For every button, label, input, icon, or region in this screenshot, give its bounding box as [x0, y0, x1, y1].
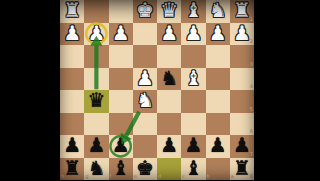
piece-bN-g8[interactable]: ♞ — [87, 158, 105, 178]
piece-wP-d2[interactable]: ♟ — [160, 23, 178, 43]
file-label-d: d — [158, 174, 161, 179]
piece-bP-a7[interactable]: ♟ — [233, 135, 251, 155]
square-g8[interactable]: ♞g — [84, 158, 108, 181]
square-e8[interactable]: ♚e — [133, 158, 157, 181]
piece-wB-c1[interactable]: ♝ — [184, 0, 202, 20]
right-black-bar — [254, 0, 320, 180]
square-h4[interactable] — [60, 68, 84, 91]
square-h2[interactable]: ♟ — [60, 23, 84, 46]
piece-wP-e4[interactable]: ♟ — [136, 68, 154, 88]
square-h6[interactable] — [60, 113, 84, 136]
square-f7[interactable]: ♟ — [109, 135, 133, 158]
piece-bP-b7[interactable]: ♟ — [209, 135, 227, 155]
square-f6[interactable] — [109, 113, 133, 136]
piece-bP-f7[interactable]: ♟ — [112, 135, 130, 155]
square-b8[interactable]: b — [206, 158, 230, 181]
square-g6[interactable] — [84, 113, 108, 136]
square-a4[interactable]: 4 — [230, 68, 254, 91]
square-f4[interactable] — [109, 68, 133, 91]
square-d2[interactable]: ♟ — [157, 23, 181, 46]
piece-bP-d7[interactable]: ♟ — [160, 135, 178, 155]
square-c6[interactable] — [181, 113, 205, 136]
square-h7[interactable]: ♟ — [60, 135, 84, 158]
piece-bR-a8[interactable]: ♜ — [233, 158, 251, 178]
square-b3[interactable] — [206, 45, 230, 68]
piece-wP-f2[interactable]: ♟ — [112, 23, 130, 43]
piece-wK-e1[interactable]: ♚ — [136, 0, 154, 20]
square-c2[interactable]: ♟ — [181, 23, 205, 46]
square-d7[interactable]: ♟ — [157, 135, 181, 158]
rank-label-3: 3 — [250, 62, 253, 67]
square-e4[interactable]: ♟ — [133, 68, 157, 91]
file-label-b: b — [207, 174, 210, 179]
square-d1[interactable]: ♛ — [157, 0, 181, 23]
square-f3[interactable] — [109, 45, 133, 68]
square-h3[interactable] — [60, 45, 84, 68]
square-e2[interactable] — [133, 23, 157, 46]
square-b1[interactable]: ♞ — [206, 0, 230, 23]
square-d6[interactable] — [157, 113, 181, 136]
square-e1[interactable]: ♚ — [133, 0, 157, 23]
piece-wP-h2[interactable]: ♟ — [63, 23, 81, 43]
piece-bN-d4[interactable]: ♞ — [160, 68, 178, 88]
square-e7[interactable] — [133, 135, 157, 158]
square-f1[interactable] — [109, 0, 133, 23]
piece-bB-c8[interactable]: ♝ — [184, 158, 202, 178]
square-b2[interactable]: ♟ — [206, 23, 230, 46]
piece-bP-h7[interactable]: ♟ — [63, 135, 81, 155]
square-f8[interactable]: ♝f — [109, 158, 133, 181]
square-c5[interactable] — [181, 90, 205, 113]
piece-wP-b2[interactable]: ♟ — [209, 23, 227, 43]
piece-bB-f8[interactable]: ♝ — [112, 158, 130, 178]
square-a5[interactable]: 5 — [230, 90, 254, 113]
square-g4[interactable] — [84, 68, 108, 91]
square-b7[interactable]: ♟ — [206, 135, 230, 158]
square-h8[interactable]: ♜h — [60, 158, 84, 181]
square-c4[interactable]: ♝ — [181, 68, 205, 91]
square-b5[interactable] — [206, 90, 230, 113]
square-d4[interactable]: ♞ — [157, 68, 181, 91]
rank-label-5: 5 — [250, 107, 253, 112]
square-h5[interactable] — [60, 90, 84, 113]
square-c8[interactable]: ♝c — [181, 158, 205, 181]
square-d3[interactable] — [157, 45, 181, 68]
piece-bR-h8[interactable]: ♜ — [63, 158, 81, 178]
rank-label-4: 4 — [250, 84, 253, 89]
piece-wB-c4[interactable]: ♝ — [184, 68, 202, 88]
square-c3[interactable] — [181, 45, 205, 68]
square-b6[interactable] — [206, 113, 230, 136]
square-d5[interactable] — [157, 90, 181, 113]
chess-board: ♜♚♛♝♞♜1♟♟♟♟♟♟♟23♟♞♝4♛♞56♟♟♟♟♟♟♟7♜h♞g♝f♚e… — [60, 0, 254, 180]
piece-wN-e5[interactable]: ♞ — [136, 90, 154, 110]
piece-bP-g7[interactable]: ♟ — [87, 135, 105, 155]
piece-bK-e8[interactable]: ♚ — [136, 158, 154, 178]
square-a3[interactable]: 3 — [230, 45, 254, 68]
square-g5[interactable]: ♛ — [84, 90, 108, 113]
square-h1[interactable]: ♜ — [60, 0, 84, 23]
left-black-bar — [0, 0, 60, 180]
square-b4[interactable] — [206, 68, 230, 91]
piece-bQ-g5[interactable]: ♛ — [87, 90, 105, 110]
square-f2[interactable]: ♟ — [109, 23, 133, 46]
square-e5[interactable]: ♞ — [133, 90, 157, 113]
square-g3[interactable] — [84, 45, 108, 68]
square-g2[interactable]: ♟ — [84, 23, 108, 46]
square-g7[interactable]: ♟ — [84, 135, 108, 158]
square-e3[interactable] — [133, 45, 157, 68]
square-e6[interactable] — [133, 113, 157, 136]
square-a2[interactable]: ♟2 — [230, 23, 254, 46]
square-c1[interactable]: ♝ — [181, 0, 205, 23]
piece-wP-g2[interactable]: ♟ — [87, 23, 105, 43]
piece-bP-c7[interactable]: ♟ — [184, 135, 202, 155]
piece-wP-a2[interactable]: ♟ — [233, 23, 251, 43]
square-f5[interactable] — [109, 90, 133, 113]
piece-wR-h1[interactable]: ♜ — [63, 0, 81, 20]
piece-wN-b1[interactable]: ♞ — [209, 0, 227, 20]
piece-wQ-d1[interactable]: ♛ — [160, 0, 178, 20]
piece-wP-c2[interactable]: ♟ — [184, 23, 202, 43]
piece-wR-a1[interactable]: ♜ — [233, 0, 251, 20]
square-a6[interactable]: 6 — [230, 113, 254, 136]
square-d8[interactable]: d — [157, 158, 181, 181]
square-a7[interactable]: ♟7 — [230, 135, 254, 158]
square-a8[interactable]: ♜8a — [230, 158, 254, 181]
board-grid: ♜♚♛♝♞♜1♟♟♟♟♟♟♟23♟♞♝4♛♞56♟♟♟♟♟♟♟7♜h♞g♝f♚e… — [60, 0, 254, 180]
square-a1[interactable]: ♜1 — [230, 0, 254, 23]
square-c7[interactable]: ♟ — [181, 135, 205, 158]
square-g1[interactable] — [84, 0, 108, 23]
